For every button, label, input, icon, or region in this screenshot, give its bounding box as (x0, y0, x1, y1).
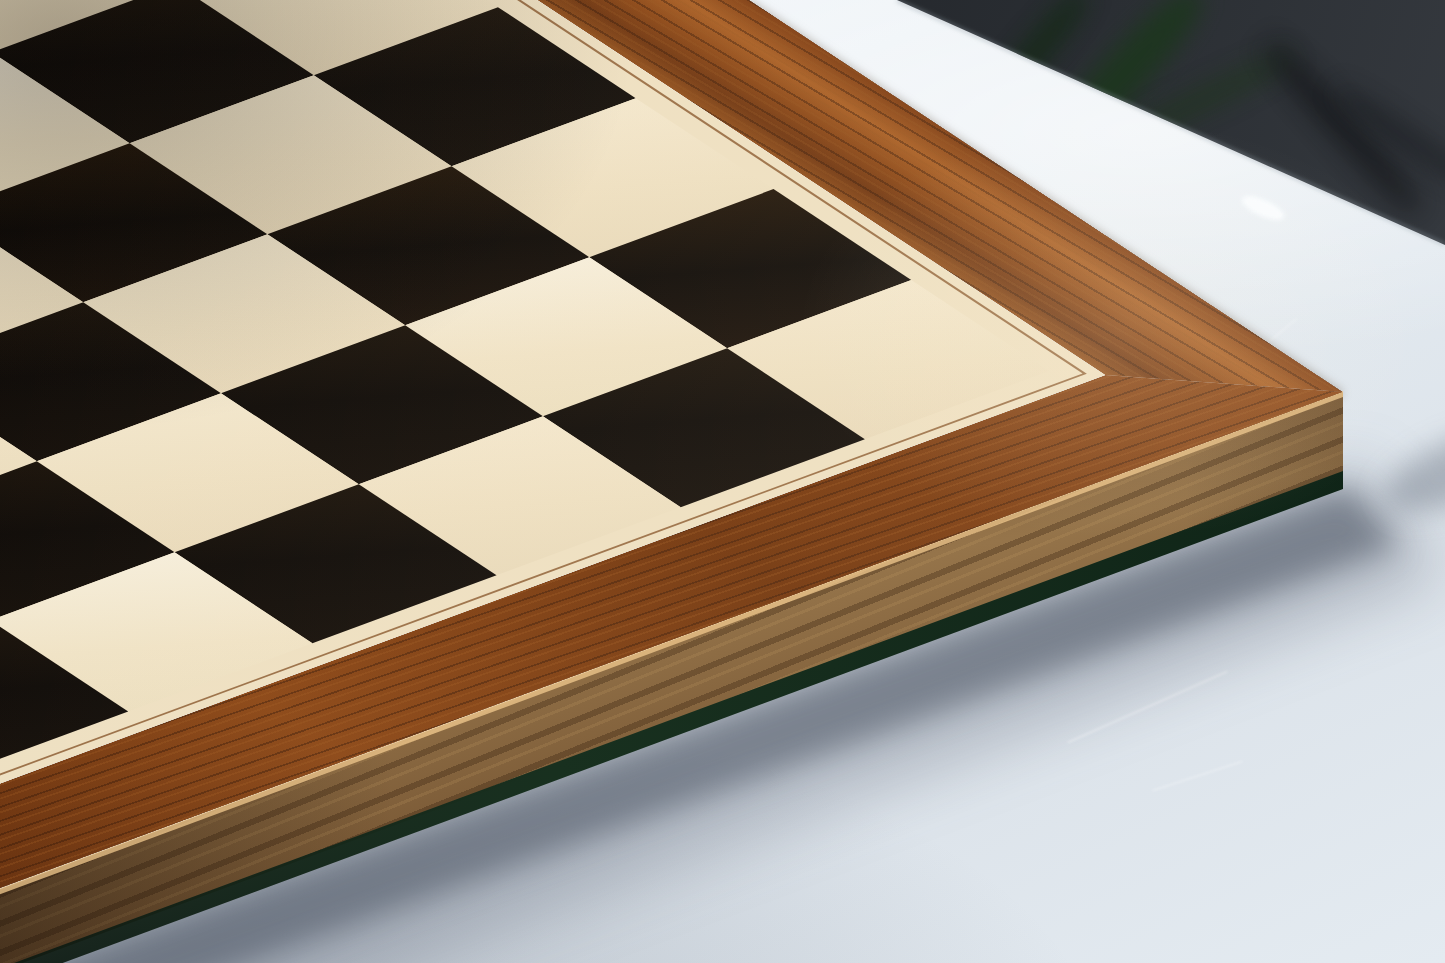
photo-stage (0, 0, 1445, 963)
